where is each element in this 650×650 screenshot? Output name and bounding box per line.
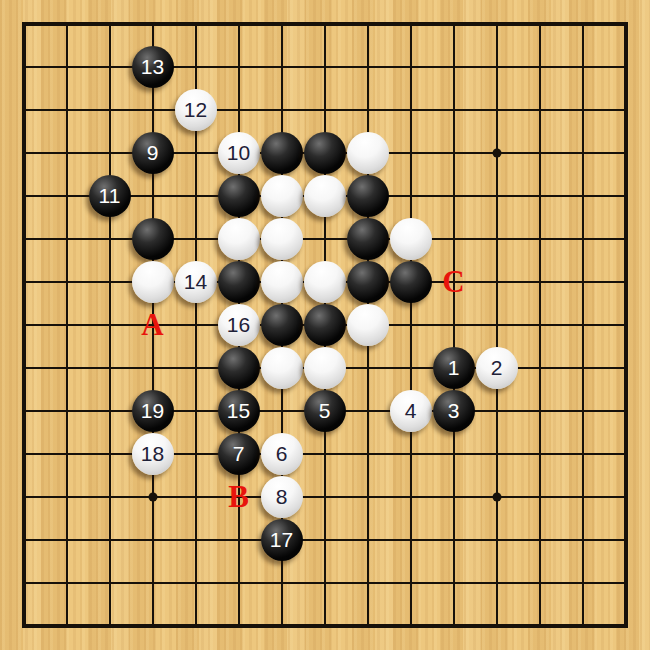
stone-black-9[interactable]: 9 <box>132 132 174 174</box>
stone-black[interactable] <box>304 304 346 346</box>
stone-number: 12 <box>184 99 207 120</box>
star-point <box>148 492 157 501</box>
stone-white[interactable] <box>304 347 346 389</box>
stone-black[interactable] <box>347 218 389 260</box>
grid-line-vertical <box>453 22 455 628</box>
grid-line-horizontal <box>22 582 628 584</box>
stone-black-3[interactable]: 3 <box>433 390 475 432</box>
stone-black-15[interactable]: 15 <box>218 390 260 432</box>
star-point <box>492 492 501 501</box>
grid-line-vertical <box>410 22 412 628</box>
stone-white[interactable] <box>218 218 260 260</box>
stone-white[interactable] <box>390 218 432 260</box>
stone-black-5[interactable]: 5 <box>304 390 346 432</box>
stone-white[interactable] <box>261 175 303 217</box>
grid-line-horizontal <box>22 453 628 455</box>
stone-white[interactable] <box>304 261 346 303</box>
stone-number: 19 <box>141 400 164 421</box>
stone-number: 18 <box>141 443 164 464</box>
stone-black[interactable] <box>218 261 260 303</box>
stone-number: 8 <box>276 486 288 507</box>
stone-number: 9 <box>147 142 159 163</box>
stone-number: 2 <box>491 357 503 378</box>
stone-white[interactable] <box>304 175 346 217</box>
grid-line-horizontal <box>22 539 628 541</box>
stone-black-11[interactable]: 11 <box>89 175 131 217</box>
stone-white-16[interactable]: 16 <box>218 304 260 346</box>
stone-white-10[interactable]: 10 <box>218 132 260 174</box>
stone-white[interactable] <box>347 132 389 174</box>
stone-number: 4 <box>405 400 417 421</box>
stone-white[interactable] <box>261 218 303 260</box>
stone-black[interactable] <box>261 132 303 174</box>
stone-number: 13 <box>141 56 164 77</box>
point-label-b[interactable]: B <box>228 480 249 511</box>
grid-line-horizontal <box>22 496 628 498</box>
stone-number: 16 <box>227 314 250 335</box>
stone-number: 15 <box>227 400 250 421</box>
stone-white-14[interactable]: 14 <box>175 261 217 303</box>
grid-line-vertical <box>582 22 584 628</box>
stone-black[interactable] <box>218 347 260 389</box>
stone-number: 6 <box>276 443 288 464</box>
stone-black[interactable] <box>218 175 260 217</box>
stone-white-12[interactable]: 12 <box>175 89 217 131</box>
go-diagram: 13129101114161219155431876817ABC <box>0 0 650 650</box>
stone-number: 17 <box>270 529 293 550</box>
stone-white[interactable] <box>261 261 303 303</box>
point-label-c[interactable]: C <box>442 265 464 296</box>
stone-black-17[interactable]: 17 <box>261 519 303 561</box>
stone-black[interactable] <box>132 218 174 260</box>
stone-number: 3 <box>448 400 460 421</box>
grid-line-vertical <box>624 22 628 628</box>
stone-white[interactable] <box>347 304 389 346</box>
stone-number: 7 <box>233 443 245 464</box>
grid-line-vertical <box>539 22 541 628</box>
stone-white-6[interactable]: 6 <box>261 433 303 475</box>
stone-number: 5 <box>319 400 331 421</box>
stone-black-19[interactable]: 19 <box>132 390 174 432</box>
stone-black-7[interactable]: 7 <box>218 433 260 475</box>
stone-white-2[interactable]: 2 <box>476 347 518 389</box>
stone-white[interactable] <box>261 347 303 389</box>
go-board[interactable]: 13129101114161219155431876817ABC <box>0 0 650 650</box>
point-label-a[interactable]: A <box>141 308 163 339</box>
stone-white-18[interactable]: 18 <box>132 433 174 475</box>
stone-number: 14 <box>184 271 207 292</box>
grid-line-vertical <box>496 22 498 628</box>
stone-white-4[interactable]: 4 <box>390 390 432 432</box>
stone-black-1[interactable]: 1 <box>433 347 475 389</box>
stone-number: 10 <box>227 142 250 163</box>
stone-black[interactable] <box>304 132 346 174</box>
stone-white[interactable] <box>132 261 174 303</box>
stone-black-13[interactable]: 13 <box>132 46 174 88</box>
stone-black[interactable] <box>261 304 303 346</box>
stone-white-8[interactable]: 8 <box>261 476 303 518</box>
star-point <box>492 148 501 157</box>
stone-black[interactable] <box>347 261 389 303</box>
stone-number: 1 <box>448 357 460 378</box>
stone-number: 11 <box>99 185 121 206</box>
stone-black[interactable] <box>390 261 432 303</box>
grid-line-horizontal <box>22 624 628 628</box>
stone-black[interactable] <box>347 175 389 217</box>
